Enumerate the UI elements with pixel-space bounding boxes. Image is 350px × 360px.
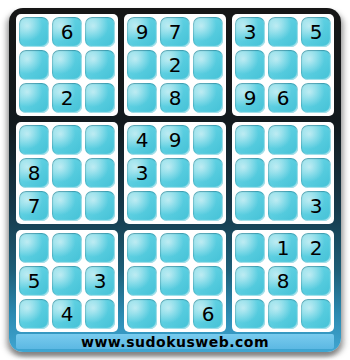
cell-r2c7[interactable] [235,50,265,80]
cell-r5c6[interactable] [193,158,223,188]
cell-r5c2[interactable] [52,158,82,188]
cell-r8c7[interactable] [235,266,265,296]
box-1-2: 3 [232,122,334,224]
cell-r5c9[interactable] [301,158,331,188]
cell-r4c2[interactable] [52,125,82,155]
cell-r5c3[interactable] [85,158,115,188]
box-cells: 493 [127,125,223,221]
cell-r1c2[interactable]: 6 [52,17,82,47]
cell-r9c7[interactable] [235,299,265,329]
cell-r5c1[interactable]: 8 [19,158,49,188]
cell-r8c1[interactable]: 5 [19,266,49,296]
cell-r6c9[interactable]: 3 [301,191,331,221]
cell-r2c1[interactable] [19,50,49,80]
cell-r7c6[interactable] [193,233,223,263]
box-cells: 62 [19,17,115,113]
cell-r3c8[interactable]: 6 [268,83,298,113]
cell-r4c6[interactable] [193,125,223,155]
cell-r9c8[interactable] [268,299,298,329]
cell-r6c1[interactable]: 7 [19,191,49,221]
box-2-1: 6 [124,230,226,332]
cell-r7c7[interactable] [235,233,265,263]
cell-r4c9[interactable] [301,125,331,155]
box-cells: 128 [235,233,331,329]
cell-r9c6[interactable]: 6 [193,299,223,329]
cell-r3c1[interactable] [19,83,49,113]
box-cells: 6 [127,233,223,329]
cell-r1c5[interactable]: 7 [160,17,190,47]
cell-r3c3[interactable] [85,83,115,113]
cell-r4c3[interactable] [85,125,115,155]
cell-r2c4[interactable] [127,50,157,80]
cell-r6c2[interactable] [52,191,82,221]
cell-r4c1[interactable] [19,125,49,155]
cell-r2c2[interactable] [52,50,82,80]
box-0-1: 9728 [124,14,226,116]
box-2-2: 128 [232,230,334,332]
cell-r8c8[interactable]: 8 [268,266,298,296]
cell-r8c5[interactable] [160,266,190,296]
sudoku-grid: 62972835968749335346128 [16,14,334,332]
cell-r3c4[interactable] [127,83,157,113]
cell-r4c7[interactable] [235,125,265,155]
box-0-2: 3596 [232,14,334,116]
cell-r9c5[interactable] [160,299,190,329]
cell-r2c5[interactable]: 2 [160,50,190,80]
cell-r5c4[interactable]: 3 [127,158,157,188]
cell-r8c9[interactable] [301,266,331,296]
cell-r2c8[interactable] [268,50,298,80]
cell-r3c6[interactable] [193,83,223,113]
cell-r8c4[interactable] [127,266,157,296]
cell-r1c4[interactable]: 9 [127,17,157,47]
site-url-label: www.sudokusweb.com [81,334,269,350]
cell-r7c8[interactable]: 1 [268,233,298,263]
cell-r3c9[interactable] [301,83,331,113]
cell-r6c3[interactable] [85,191,115,221]
box-1-1: 493 [124,122,226,224]
box-cells: 3 [235,125,331,221]
cell-r4c5[interactable]: 9 [160,125,190,155]
box-cells: 87 [19,125,115,221]
footer-band: www.sudokusweb.com [16,334,334,349]
cell-r6c5[interactable] [160,191,190,221]
cell-r3c7[interactable]: 9 [235,83,265,113]
cell-r2c9[interactable] [301,50,331,80]
sudoku-board-frame: 62972835968749335346128 www.sudokusweb.c… [9,8,341,352]
cell-r1c3[interactable] [85,17,115,47]
box-0-0: 62 [16,14,118,116]
cell-r1c1[interactable] [19,17,49,47]
cell-r1c6[interactable] [193,17,223,47]
cell-r9c2[interactable]: 4 [52,299,82,329]
cell-r4c8[interactable] [268,125,298,155]
cell-r7c9[interactable]: 2 [301,233,331,263]
box-cells: 3596 [235,17,331,113]
box-cells: 9728 [127,17,223,113]
cell-r8c3[interactable]: 3 [85,266,115,296]
cell-r9c3[interactable] [85,299,115,329]
cell-r5c7[interactable] [235,158,265,188]
cell-r9c4[interactable] [127,299,157,329]
cell-r7c3[interactable] [85,233,115,263]
cell-r2c6[interactable] [193,50,223,80]
cell-r8c6[interactable] [193,266,223,296]
cell-r1c9[interactable]: 5 [301,17,331,47]
cell-r6c7[interactable] [235,191,265,221]
cell-r8c2[interactable] [52,266,82,296]
cell-r4c4[interactable]: 4 [127,125,157,155]
cell-r1c7[interactable]: 3 [235,17,265,47]
box-2-0: 534 [16,230,118,332]
cell-r3c5[interactable]: 8 [160,83,190,113]
cell-r3c2[interactable]: 2 [52,83,82,113]
cell-r5c5[interactable] [160,158,190,188]
cell-r6c8[interactable] [268,191,298,221]
box-1-0: 87 [16,122,118,224]
box-cells: 534 [19,233,115,329]
cell-r7c5[interactable] [160,233,190,263]
cell-r7c1[interactable] [19,233,49,263]
cell-r7c4[interactable] [127,233,157,263]
cell-r6c4[interactable] [127,191,157,221]
cell-r2c3[interactable] [85,50,115,80]
cell-r9c9[interactable] [301,299,331,329]
cell-r9c1[interactable] [19,299,49,329]
cell-r7c2[interactable] [52,233,82,263]
cell-r1c8[interactable] [268,17,298,47]
cell-r6c6[interactable] [193,191,223,221]
cell-r5c8[interactable] [268,158,298,188]
